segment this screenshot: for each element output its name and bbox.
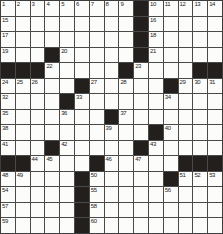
cell-r15c2[interactable] <box>16 218 30 233</box>
cell-r1c11[interactable]: 10 <box>149 1 163 16</box>
cell-r8c7[interactable] <box>90 110 104 125</box>
cell-r14c11[interactable] <box>149 203 163 218</box>
black-cell-r5c1 <box>1 63 15 78</box>
clue-number-37: 37 <box>120 110 126 116</box>
cell-r4c15[interactable] <box>208 48 222 63</box>
cell-r1c3[interactable]: 3 <box>31 1 45 16</box>
cell-r4c11[interactable]: 21 <box>149 48 163 63</box>
cell-r1c7[interactable]: 7 <box>90 1 104 16</box>
cell-r2c1[interactable]: 15 <box>1 17 15 32</box>
cell-r8c10[interactable] <box>134 110 148 125</box>
cell-r7c1[interactable]: 32 <box>1 94 15 109</box>
black-cell-r8c8 <box>105 110 119 125</box>
black-cell-r11c14 <box>193 156 207 171</box>
clue-number-28: 28 <box>120 79 126 85</box>
cell-r4c1[interactable]: 19 <box>1 48 15 63</box>
clue-number-6: 6 <box>76 1 79 7</box>
cell-r10c1[interactable]: 41 <box>1 141 15 156</box>
cell-r1c2[interactable]: 2 <box>16 1 30 16</box>
cell-r8c1[interactable]: 35 <box>1 110 15 125</box>
cell-r6c3[interactable]: 26 <box>31 79 45 94</box>
black-cell-r3c10 <box>134 32 148 47</box>
cell-r5c8[interactable] <box>105 63 119 78</box>
black-cell-r5c2 <box>16 63 30 78</box>
cell-r13c3[interactable] <box>31 187 45 202</box>
clue-number-25: 25 <box>17 79 23 85</box>
cell-r5c11[interactable] <box>149 63 163 78</box>
cell-r3c5[interactable] <box>60 32 74 47</box>
clue-number-39: 39 <box>106 125 112 131</box>
cell-r2c3[interactable] <box>31 17 45 32</box>
black-cell-r10c10 <box>134 141 148 156</box>
black-cell-r5c14 <box>193 63 207 78</box>
cell-r13c12[interactable]: 56 <box>164 187 178 202</box>
black-cell-r5c15 <box>208 63 222 78</box>
cell-r13c10[interactable] <box>134 187 148 202</box>
cell-r12c15[interactable]: 53 <box>208 172 222 187</box>
cell-r3c13[interactable] <box>179 32 193 47</box>
cell-r2c8[interactable] <box>105 17 119 32</box>
cell-r3c7[interactable] <box>90 32 104 47</box>
clue-number-26: 26 <box>32 79 38 85</box>
cell-r9c6[interactable] <box>75 125 89 140</box>
cell-r5c4[interactable]: 22 <box>45 63 59 78</box>
cell-r15c10[interactable] <box>134 218 148 233</box>
cell-r8c4[interactable] <box>45 110 59 125</box>
clue-number-9: 9 <box>120 1 123 7</box>
cell-r13c11[interactable] <box>149 187 163 202</box>
cell-r15c14[interactable] <box>193 218 207 233</box>
cell-r14c3[interactable] <box>31 203 45 218</box>
black-cell-r9c11 <box>149 125 163 140</box>
clue-number-38: 38 <box>2 125 8 131</box>
cell-r7c14[interactable] <box>193 94 207 109</box>
cell-r8c6[interactable] <box>75 110 89 125</box>
cell-r1c15[interactable]: 14 <box>208 1 222 16</box>
cell-r12c3[interactable] <box>31 172 45 187</box>
cell-r15c5[interactable] <box>60 218 74 233</box>
clue-number-30: 30 <box>194 79 200 85</box>
cell-r3c6[interactable] <box>75 32 89 47</box>
cell-r11c6[interactable] <box>75 156 89 171</box>
cell-r9c3[interactable] <box>31 125 45 140</box>
cell-r9c4[interactable] <box>45 125 59 140</box>
cell-r12c7[interactable]: 50 <box>90 172 104 187</box>
black-cell-r15c6 <box>75 218 89 233</box>
cell-r3c12[interactable] <box>164 32 178 47</box>
cell-r10c15[interactable] <box>208 141 222 156</box>
cell-r15c3[interactable] <box>31 218 45 233</box>
cell-r7c2[interactable] <box>16 94 30 109</box>
cell-r9c10[interactable] <box>134 125 148 140</box>
clue-number-47: 47 <box>135 156 141 162</box>
cell-r11c10[interactable]: 47 <box>134 156 148 171</box>
cell-r15c11[interactable] <box>149 218 163 233</box>
clue-number-31: 31 <box>209 79 215 85</box>
cell-r2c2[interactable] <box>16 17 30 32</box>
clue-number-35: 35 <box>2 110 8 116</box>
cell-r8c5[interactable]: 36 <box>60 110 74 125</box>
cell-r11c4[interactable]: 45 <box>45 156 59 171</box>
clue-number-34: 34 <box>165 94 171 100</box>
black-cell-r14c6 <box>75 203 89 218</box>
cell-r9c8[interactable]: 39 <box>105 125 119 140</box>
cell-r2c15[interactable] <box>208 17 222 32</box>
cell-r13c5[interactable] <box>60 187 74 202</box>
cell-r2c13[interactable] <box>179 17 193 32</box>
cell-r6c10[interactable] <box>134 79 148 94</box>
cell-r3c9[interactable] <box>119 32 133 47</box>
cell-r8c12[interactable] <box>164 110 178 125</box>
cell-r7c8[interactable] <box>105 94 119 109</box>
cell-r14c12[interactable] <box>164 203 178 218</box>
clue-number-11: 11 <box>165 1 170 7</box>
cell-r9c14[interactable] <box>193 125 207 140</box>
black-cell-r5c3 <box>31 63 45 78</box>
black-cell-r11c7 <box>90 156 104 171</box>
cell-r5c13[interactable] <box>179 63 193 78</box>
cell-r15c8[interactable] <box>105 218 119 233</box>
cell-r5c12[interactable] <box>164 63 178 78</box>
cell-r6c4[interactable] <box>45 79 59 94</box>
clue-number-12: 12 <box>180 1 186 7</box>
cell-r12c4[interactable] <box>45 172 59 187</box>
cell-r1c1[interactable]: 1 <box>1 1 15 16</box>
cell-r11c5[interactable] <box>60 156 74 171</box>
cell-r11c3[interactable]: 44 <box>31 156 45 171</box>
cell-r9c15[interactable] <box>208 125 222 140</box>
black-cell-r12c12 <box>164 172 178 187</box>
cell-r3c14[interactable] <box>193 32 207 47</box>
cell-r14c7[interactable]: 58 <box>90 203 104 218</box>
cell-r10c13[interactable] <box>179 141 193 156</box>
black-cell-r6c12 <box>164 79 178 94</box>
clue-number-49: 49 <box>17 172 23 178</box>
cell-r2c9[interactable] <box>119 17 133 32</box>
black-cell-r10c4 <box>45 141 59 156</box>
clue-number-56: 56 <box>165 187 171 193</box>
cell-r6c5[interactable] <box>60 79 74 94</box>
cell-r6c9[interactable]: 28 <box>119 79 133 94</box>
cell-r5c7[interactable] <box>90 63 104 78</box>
cell-r9c13[interactable] <box>179 125 193 140</box>
cell-r14c14[interactable] <box>193 203 207 218</box>
cell-r4c2[interactable] <box>16 48 30 63</box>
cell-r7c15[interactable] <box>208 94 222 109</box>
clue-number-36: 36 <box>61 110 67 116</box>
cell-r8c3[interactable] <box>31 110 45 125</box>
cell-r14c1[interactable]: 57 <box>1 203 15 218</box>
clue-number-52: 52 <box>194 172 200 178</box>
cell-r6c8[interactable] <box>105 79 119 94</box>
cell-r6c1[interactable]: 24 <box>1 79 15 94</box>
cell-r15c7[interactable]: 60 <box>90 218 104 233</box>
cell-r1c12[interactable]: 11 <box>164 1 178 16</box>
cell-r2c5[interactable] <box>60 17 74 32</box>
cell-r12c14[interactable]: 52 <box>193 172 207 187</box>
cell-r1c5[interactable]: 5 <box>60 1 74 16</box>
cell-r3c3[interactable] <box>31 32 45 47</box>
clue-number-27: 27 <box>91 79 97 85</box>
cell-r5c10[interactable]: 23 <box>134 63 148 78</box>
clue-number-7: 7 <box>91 1 94 7</box>
cell-r4c13[interactable] <box>179 48 193 63</box>
cell-r7c10[interactable] <box>134 94 148 109</box>
cell-r8c15[interactable] <box>208 110 222 125</box>
cell-r9c9[interactable] <box>119 125 133 140</box>
clue-number-55: 55 <box>91 187 97 193</box>
cell-r7c7[interactable] <box>90 94 104 109</box>
cell-r12c13[interactable]: 51 <box>179 172 193 187</box>
black-cell-r11c13 <box>179 156 193 171</box>
cell-r10c5[interactable]: 42 <box>60 141 74 156</box>
cell-r15c9[interactable] <box>119 218 133 233</box>
clue-number-54: 54 <box>2 187 8 193</box>
cell-r13c1[interactable]: 54 <box>1 187 15 202</box>
cell-r14c13[interactable] <box>179 203 193 218</box>
cell-r6c2[interactable]: 25 <box>16 79 30 94</box>
cell-r4c6[interactable] <box>75 48 89 63</box>
clue-number-50: 50 <box>91 172 97 178</box>
cell-r14c8[interactable] <box>105 203 119 218</box>
cell-r3c8[interactable] <box>105 32 119 47</box>
cell-r4c8[interactable] <box>105 48 119 63</box>
clue-number-57: 57 <box>2 203 8 209</box>
cell-r6c15[interactable]: 31 <box>208 79 222 94</box>
black-cell-r2c10 <box>134 17 148 32</box>
clue-number-41: 41 <box>2 141 8 147</box>
cell-r13c4[interactable] <box>45 187 59 202</box>
cell-r1c14[interactable]: 13 <box>193 1 207 16</box>
clue-number-33: 33 <box>76 94 82 100</box>
black-cell-r1c10 <box>134 1 148 16</box>
cell-r1c13[interactable]: 12 <box>179 1 193 16</box>
cell-r4c5[interactable]: 20 <box>60 48 74 63</box>
cell-r13c7[interactable]: 55 <box>90 187 104 202</box>
clue-number-60: 60 <box>91 218 97 224</box>
cell-r15c15[interactable] <box>208 218 222 233</box>
cell-r2c12[interactable] <box>164 17 178 32</box>
clue-number-58: 58 <box>91 203 97 209</box>
cell-r15c4[interactable] <box>45 218 59 233</box>
cell-r15c1[interactable]: 59 <box>1 218 15 233</box>
clue-number-59: 59 <box>2 218 8 224</box>
cell-r3c4[interactable] <box>45 32 59 47</box>
cell-r12c8[interactable] <box>105 172 119 187</box>
cell-r7c13[interactable] <box>179 94 193 109</box>
clue-number-3: 3 <box>32 1 35 7</box>
clue-number-40: 40 <box>165 125 171 131</box>
black-cell-r12c6 <box>75 172 89 187</box>
cell-r1c6[interactable]: 6 <box>75 1 89 16</box>
clue-number-22: 22 <box>46 63 52 69</box>
cell-r8c13[interactable] <box>179 110 193 125</box>
clue-number-4: 4 <box>46 1 49 7</box>
cell-r1c8[interactable]: 8 <box>105 1 119 16</box>
clue-number-10: 10 <box>150 1 156 7</box>
clue-number-53: 53 <box>209 172 215 178</box>
clue-number-44: 44 <box>32 156 38 162</box>
cell-r3c15[interactable] <box>208 32 222 47</box>
cell-r8c11[interactable] <box>149 110 163 125</box>
cell-r14c4[interactable] <box>45 203 59 218</box>
cell-r10c11[interactable]: 43 <box>149 141 163 156</box>
cell-r10c3[interactable] <box>31 141 45 156</box>
cell-r6c14[interactable]: 30 <box>193 79 207 94</box>
cell-r7c12[interactable]: 34 <box>164 94 178 109</box>
cell-r12c5[interactable] <box>60 172 74 187</box>
cell-r14c5[interactable] <box>60 203 74 218</box>
cell-r2c4[interactable] <box>45 17 59 32</box>
black-cell-r13c6 <box>75 187 89 202</box>
clue-number-16: 16 <box>150 17 156 23</box>
cell-r15c13[interactable] <box>179 218 193 233</box>
cell-r13c2[interactable] <box>16 187 30 202</box>
cell-r13c13[interactable] <box>179 187 193 202</box>
cell-r11c12[interactable] <box>164 156 178 171</box>
cell-r15c12[interactable] <box>164 218 178 233</box>
cell-r10c14[interactable] <box>193 141 207 156</box>
cell-r8c2[interactable] <box>16 110 30 125</box>
cell-r12c2[interactable]: 49 <box>16 172 30 187</box>
cell-r9c12[interactable]: 40 <box>164 125 178 140</box>
crossword-grid: 1234567891011121314151617181920212223242… <box>0 0 223 234</box>
cell-r10c7[interactable] <box>90 141 104 156</box>
cell-r10c12[interactable] <box>164 141 178 156</box>
black-cell-r11c2 <box>16 156 30 171</box>
cell-r7c11[interactable] <box>149 94 163 109</box>
cell-r4c7[interactable] <box>90 48 104 63</box>
cell-r2c14[interactable] <box>193 17 207 32</box>
cell-r4c9[interactable] <box>119 48 133 63</box>
cell-r3c11[interactable]: 18 <box>149 32 163 47</box>
cell-r11c11[interactable] <box>149 156 163 171</box>
clue-number-19: 19 <box>2 48 8 54</box>
cell-r6c7[interactable]: 27 <box>90 79 104 94</box>
clue-number-8: 8 <box>106 1 109 7</box>
clue-number-23: 23 <box>135 63 141 69</box>
clue-number-24: 24 <box>2 79 8 85</box>
cell-r9c7[interactable] <box>90 125 104 140</box>
cell-r13c8[interactable] <box>105 187 119 202</box>
cell-r1c4[interactable]: 4 <box>45 1 59 16</box>
clue-number-32: 32 <box>2 94 8 100</box>
cell-r10c8[interactable] <box>105 141 119 156</box>
cell-r2c11[interactable]: 16 <box>149 17 163 32</box>
clue-number-14: 14 <box>209 1 215 7</box>
cell-r13c15[interactable] <box>208 187 222 202</box>
cell-r7c9[interactable] <box>119 94 133 109</box>
cell-r6c13[interactable]: 29 <box>179 79 193 94</box>
black-cell-r4c10 <box>134 48 148 63</box>
cell-r11c9[interactable] <box>119 156 133 171</box>
black-cell-r5c9 <box>119 63 133 78</box>
cell-r14c9[interactable] <box>119 203 133 218</box>
cell-r2c7[interactable] <box>90 17 104 32</box>
cell-r9c2[interactable] <box>16 125 30 140</box>
clue-number-48: 48 <box>2 172 8 178</box>
clue-number-18: 18 <box>150 32 156 38</box>
clue-number-1: 1 <box>2 1 5 7</box>
black-cell-r6c6 <box>75 79 89 94</box>
cell-r10c9[interactable] <box>119 141 133 156</box>
clue-number-45: 45 <box>46 156 52 162</box>
cell-r13c14[interactable] <box>193 187 207 202</box>
cell-r14c2[interactable] <box>16 203 30 218</box>
cell-r5c5[interactable] <box>60 63 74 78</box>
cell-r12c1[interactable]: 48 <box>1 172 15 187</box>
cell-r13c9[interactable] <box>119 187 133 202</box>
cell-r10c2[interactable] <box>16 141 30 156</box>
clue-number-17: 17 <box>2 32 8 38</box>
cell-r4c3[interactable] <box>31 48 45 63</box>
cell-r4c14[interactable] <box>193 48 207 63</box>
cell-r11c8[interactable]: 46 <box>105 156 119 171</box>
clue-number-20: 20 <box>61 48 67 54</box>
cell-r12c10[interactable] <box>134 172 148 187</box>
black-cell-r4c4 <box>45 48 59 63</box>
cell-r12c11[interactable] <box>149 172 163 187</box>
cell-r7c3[interactable] <box>31 94 45 109</box>
cell-r12c9[interactable] <box>119 172 133 187</box>
cell-r3c1[interactable]: 17 <box>1 32 15 47</box>
cell-r9c1[interactable]: 38 <box>1 125 15 140</box>
clue-number-5: 5 <box>61 1 64 7</box>
cell-r3c2[interactable] <box>16 32 30 47</box>
cell-r14c15[interactable] <box>208 203 222 218</box>
cell-r2c6[interactable] <box>75 17 89 32</box>
clue-number-29: 29 <box>180 79 186 85</box>
cell-r1c9[interactable]: 9 <box>119 1 133 16</box>
cell-r9c5[interactable] <box>60 125 74 140</box>
cell-r5c6[interactable] <box>75 63 89 78</box>
clue-number-51: 51 <box>180 172 186 178</box>
clue-number-46: 46 <box>106 156 112 162</box>
cell-r14c10[interactable] <box>134 203 148 218</box>
cell-r8c9[interactable]: 37 <box>119 110 133 125</box>
cell-r7c4[interactable] <box>45 94 59 109</box>
clue-number-42: 42 <box>61 141 67 147</box>
black-cell-r11c15 <box>208 156 222 171</box>
cell-r6c11[interactable] <box>149 79 163 94</box>
clue-number-13: 13 <box>194 1 200 7</box>
clue-number-43: 43 <box>150 141 156 147</box>
black-cell-r11c1 <box>1 156 15 171</box>
cell-r8c14[interactable] <box>193 110 207 125</box>
cell-r7c6[interactable]: 33 <box>75 94 89 109</box>
clue-number-21: 21 <box>150 48 156 54</box>
black-cell-r7c5 <box>60 94 74 109</box>
cell-r4c12[interactable] <box>164 48 178 63</box>
clue-number-15: 15 <box>2 17 8 23</box>
cell-r10c6[interactable] <box>75 141 89 156</box>
clue-number-2: 2 <box>17 1 20 7</box>
